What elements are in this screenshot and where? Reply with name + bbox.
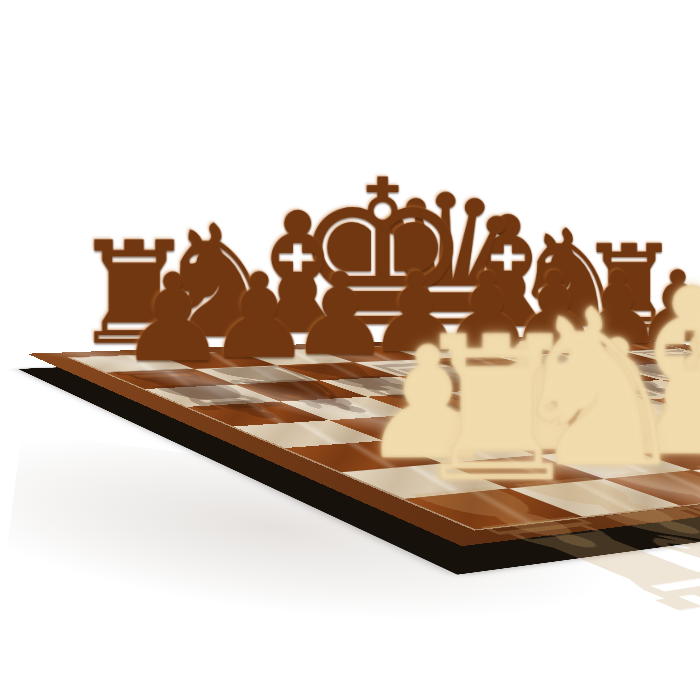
square-a1: ♜♜	[405, 489, 583, 530]
black-pawn-piece-icon: ♟	[82, 258, 264, 379]
white-rook-piece-icon: ♜	[374, 309, 621, 509]
chess-set-photo: ♜♜♞♞♝♝♚♚♛♛♝♝♞♞♜♜♟♟♟♟♟♟♟♟♟♟♟♟♟♟♟♟♟♟♟♟♟♟♟♟…	[0, 0, 700, 700]
